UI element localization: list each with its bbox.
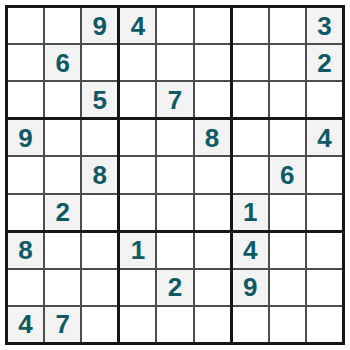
cell-r2c7-empty[interactable] bbox=[233, 45, 268, 80]
cell-r6c3-empty[interactable] bbox=[82, 195, 117, 230]
cell-r5c8-given: 6 bbox=[270, 157, 305, 192]
sudoku-box-5: 8 bbox=[120, 120, 229, 229]
cell-r9c6-empty[interactable] bbox=[195, 307, 230, 342]
cell-r9c3-empty[interactable] bbox=[82, 307, 117, 342]
cell-r2c8-empty[interactable] bbox=[270, 45, 305, 80]
cell-r1c8-empty[interactable] bbox=[270, 8, 305, 43]
cell-r7c9-empty[interactable] bbox=[307, 233, 342, 268]
cell-r2c3-empty[interactable] bbox=[82, 45, 117, 80]
cell-r3c4-empty[interactable] bbox=[120, 82, 155, 117]
cell-r8c8-empty[interactable] bbox=[270, 270, 305, 305]
cell-r8c9-empty[interactable] bbox=[307, 270, 342, 305]
cell-r4c3-empty[interactable] bbox=[82, 120, 117, 155]
cell-r7c7-given: 4 bbox=[233, 233, 268, 268]
cell-r3c3-given: 5 bbox=[82, 82, 117, 117]
cell-r9c4-empty[interactable] bbox=[120, 307, 155, 342]
cell-r8c7-given: 9 bbox=[233, 270, 268, 305]
cell-r6c8-empty[interactable] bbox=[270, 195, 305, 230]
cell-r4c6-given: 8 bbox=[195, 120, 230, 155]
cell-r6c9-empty[interactable] bbox=[307, 195, 342, 230]
cell-r7c5-empty[interactable] bbox=[157, 233, 192, 268]
cell-r5c1-empty[interactable] bbox=[8, 157, 43, 192]
cell-r8c5-given: 2 bbox=[157, 270, 192, 305]
sudoku-box-2: 47 bbox=[120, 8, 229, 117]
cell-r8c1-empty[interactable] bbox=[8, 270, 43, 305]
cell-r5c6-empty[interactable] bbox=[195, 157, 230, 192]
cell-r2c5-empty[interactable] bbox=[157, 45, 192, 80]
cell-r1c2-empty[interactable] bbox=[45, 8, 80, 43]
cell-r6c7-given: 1 bbox=[233, 195, 268, 230]
cell-r7c6-empty[interactable] bbox=[195, 233, 230, 268]
sudoku-box-1: 965 bbox=[8, 8, 117, 117]
sudoku-box-4: 982 bbox=[8, 120, 117, 229]
cell-r7c4-given: 1 bbox=[120, 233, 155, 268]
cell-r1c7-empty[interactable] bbox=[233, 8, 268, 43]
sudoku-box-8: 12 bbox=[120, 233, 229, 342]
cell-r5c3-given: 8 bbox=[82, 157, 117, 192]
cell-r1c4-given: 4 bbox=[120, 8, 155, 43]
cell-r9c2-given: 7 bbox=[45, 307, 80, 342]
cell-r8c6-empty[interactable] bbox=[195, 270, 230, 305]
sudoku-box-6: 461 bbox=[233, 120, 342, 229]
cell-r2c2-given: 6 bbox=[45, 45, 80, 80]
cell-r3c7-empty[interactable] bbox=[233, 82, 268, 117]
cell-r9c1-given: 4 bbox=[8, 307, 43, 342]
cell-r9c7-empty[interactable] bbox=[233, 307, 268, 342]
cell-r5c5-empty[interactable] bbox=[157, 157, 192, 192]
cell-r1c5-empty[interactable] bbox=[157, 8, 192, 43]
cell-r8c2-empty[interactable] bbox=[45, 270, 80, 305]
cell-r9c8-empty[interactable] bbox=[270, 307, 305, 342]
cell-r7c8-empty[interactable] bbox=[270, 233, 305, 268]
cell-r9c5-empty[interactable] bbox=[157, 307, 192, 342]
cell-r9c9-empty[interactable] bbox=[307, 307, 342, 342]
cell-r6c1-empty[interactable] bbox=[8, 195, 43, 230]
cell-r4c1-given: 9 bbox=[8, 120, 43, 155]
cell-r2c4-empty[interactable] bbox=[120, 45, 155, 80]
cell-r7c1-given: 8 bbox=[8, 233, 43, 268]
cell-r4c2-empty[interactable] bbox=[45, 120, 80, 155]
cell-r4c5-empty[interactable] bbox=[157, 120, 192, 155]
cell-r5c4-empty[interactable] bbox=[120, 157, 155, 192]
cell-r6c2-given: 2 bbox=[45, 195, 80, 230]
cell-r8c3-empty[interactable] bbox=[82, 270, 117, 305]
cell-r3c1-empty[interactable] bbox=[8, 82, 43, 117]
sudoku-box-7: 847 bbox=[8, 233, 117, 342]
cell-r5c2-empty[interactable] bbox=[45, 157, 80, 192]
cell-r5c9-empty[interactable] bbox=[307, 157, 342, 192]
sudoku-box-3: 32 bbox=[233, 8, 342, 117]
cell-r3c8-empty[interactable] bbox=[270, 82, 305, 117]
cell-r2c1-empty[interactable] bbox=[8, 45, 43, 80]
cell-r6c5-empty[interactable] bbox=[157, 195, 192, 230]
cell-r7c3-empty[interactable] bbox=[82, 233, 117, 268]
cell-r7c2-empty[interactable] bbox=[45, 233, 80, 268]
cell-r3c6-empty[interactable] bbox=[195, 82, 230, 117]
cell-r5c7-empty[interactable] bbox=[233, 157, 268, 192]
cell-r3c2-empty[interactable] bbox=[45, 82, 80, 117]
cell-r3c5-given: 7 bbox=[157, 82, 192, 117]
cell-r6c4-empty[interactable] bbox=[120, 195, 155, 230]
cell-r8c4-empty[interactable] bbox=[120, 270, 155, 305]
sudoku-page: 965473298284618471249 bbox=[0, 0, 350, 350]
cell-r2c6-empty[interactable] bbox=[195, 45, 230, 80]
cell-r3c9-empty[interactable] bbox=[307, 82, 342, 117]
cell-r1c1-empty[interactable] bbox=[8, 8, 43, 43]
sudoku-box-9: 49 bbox=[233, 233, 342, 342]
cell-r1c3-given: 9 bbox=[82, 8, 117, 43]
sudoku-board: 965473298284618471249 bbox=[5, 5, 345, 345]
cell-r6c6-empty[interactable] bbox=[195, 195, 230, 230]
cell-r1c9-given: 3 bbox=[307, 8, 342, 43]
cell-r4c4-empty[interactable] bbox=[120, 120, 155, 155]
cell-r4c7-empty[interactable] bbox=[233, 120, 268, 155]
cell-r1c6-empty[interactable] bbox=[195, 8, 230, 43]
cell-r4c9-given: 4 bbox=[307, 120, 342, 155]
cell-r4c8-empty[interactable] bbox=[270, 120, 305, 155]
cell-r2c9-given: 2 bbox=[307, 45, 342, 80]
